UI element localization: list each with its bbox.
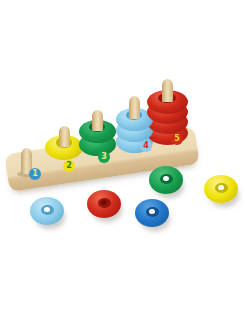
wooden-peg-4 [129,96,140,119]
peg-number-badge-1: 1 [29,168,41,180]
loose-ring-hole-center [101,200,107,205]
wooden-peg-3 [92,110,103,131]
peg-number-badge-2: 2 [63,160,75,172]
loose-ring-hole-center [218,185,224,190]
peg-number-badge-5: 5 [171,133,183,145]
peg-number-badge-4: 4 [140,140,152,152]
loose-ring-hole-center [149,209,155,214]
peg-number-badge-3: 3 [98,151,110,163]
loose-ring-hole-center [163,176,169,181]
loose-ring-hole-center [44,207,50,212]
wooden-peg-5 [162,79,173,102]
toy-scene: 1 2 3 4 5 [0,0,246,328]
wooden-peg-2 [59,126,70,147]
